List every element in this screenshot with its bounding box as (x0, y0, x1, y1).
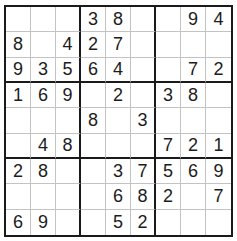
cell-r4c5-given[interactable]: 2 (106, 83, 131, 108)
cell-r8c1-empty[interactable] (6, 184, 31, 209)
cell-r3c4-given[interactable]: 6 (81, 58, 106, 83)
cell-r6c7-given[interactable]: 7 (156, 134, 181, 159)
cell-r4c6-empty[interactable] (131, 83, 156, 108)
cell-r6c8-given[interactable]: 2 (181, 134, 206, 159)
cell-r5c1-empty[interactable] (6, 108, 31, 133)
cell-r7c9-given[interactable]: 9 (206, 159, 231, 184)
cell-r1c9-given[interactable]: 4 (206, 7, 231, 32)
cell-r8c2-empty[interactable] (31, 184, 56, 209)
cell-r3c5-given[interactable]: 4 (106, 58, 131, 83)
cell-r6c3-given[interactable]: 8 (56, 134, 81, 159)
cell-r7c2-given[interactable]: 8 (31, 159, 56, 184)
cell-r8c8-empty[interactable] (181, 184, 206, 209)
cell-r2c4-given[interactable]: 2 (81, 32, 106, 57)
cell-r1c4-given[interactable]: 3 (81, 7, 106, 32)
cell-r3c9-given[interactable]: 2 (206, 58, 231, 83)
cell-r3c6-empty[interactable] (131, 58, 156, 83)
cell-r1c8-given[interactable]: 9 (181, 7, 206, 32)
cell-r3c1-given[interactable]: 9 (6, 58, 31, 83)
cell-r8c5-given[interactable]: 6 (106, 184, 131, 209)
cell-r9c4-empty[interactable] (81, 210, 106, 235)
sudoku-board: 3894842793564721692388348721283756968276… (4, 5, 233, 237)
cell-r3c7-empty[interactable] (156, 58, 181, 83)
cell-r7c1-given[interactable]: 2 (6, 159, 31, 184)
cell-r1c7-empty[interactable] (156, 7, 181, 32)
cell-r9c9-empty[interactable] (206, 210, 231, 235)
cell-r5c9-empty[interactable] (206, 108, 231, 133)
cell-r7c4-empty[interactable] (81, 159, 106, 184)
cell-r6c4-empty[interactable] (81, 134, 106, 159)
cell-r2c6-empty[interactable] (131, 32, 156, 57)
cell-r7c8-given[interactable]: 6 (181, 159, 206, 184)
cell-r2c7-empty[interactable] (156, 32, 181, 57)
cell-r2c8-empty[interactable] (181, 32, 206, 57)
cell-r9c3-empty[interactable] (56, 210, 81, 235)
cell-r1c1-empty[interactable] (6, 7, 31, 32)
cell-r2c3-given[interactable]: 4 (56, 32, 81, 57)
cell-r5c3-empty[interactable] (56, 108, 81, 133)
cell-r9c8-empty[interactable] (181, 210, 206, 235)
cell-r3c3-given[interactable]: 5 (56, 58, 81, 83)
cell-r6c1-empty[interactable] (6, 134, 31, 159)
cell-r5c7-empty[interactable] (156, 108, 181, 133)
cell-r2c5-given[interactable]: 7 (106, 32, 131, 57)
cell-r4c1-given[interactable]: 1 (6, 83, 31, 108)
cell-r2c2-empty[interactable] (31, 32, 56, 57)
cell-r5c6-given[interactable]: 3 (131, 108, 156, 133)
cell-r5c8-empty[interactable] (181, 108, 206, 133)
cell-r4c3-given[interactable]: 9 (56, 83, 81, 108)
cell-r1c2-empty[interactable] (31, 7, 56, 32)
cell-r9c6-given[interactable]: 2 (131, 210, 156, 235)
cell-r1c5-given[interactable]: 8 (106, 7, 131, 32)
cell-r4c7-given[interactable]: 3 (156, 83, 181, 108)
cell-r6c2-given[interactable]: 4 (31, 134, 56, 159)
cell-r7c6-given[interactable]: 7 (131, 159, 156, 184)
cell-r8c3-empty[interactable] (56, 184, 81, 209)
cell-r4c9-empty[interactable] (206, 83, 231, 108)
cell-r4c4-empty[interactable] (81, 83, 106, 108)
cell-r6c9-given[interactable]: 1 (206, 134, 231, 159)
cell-r7c5-given[interactable]: 3 (106, 159, 131, 184)
cell-r8c4-empty[interactable] (81, 184, 106, 209)
cell-r5c5-empty[interactable] (106, 108, 131, 133)
cell-r6c6-empty[interactable] (131, 134, 156, 159)
cell-r8c7-given[interactable]: 2 (156, 184, 181, 209)
cell-r1c6-empty[interactable] (131, 7, 156, 32)
cell-r7c3-empty[interactable] (56, 159, 81, 184)
cell-r9c5-given[interactable]: 5 (106, 210, 131, 235)
cell-r9c2-given[interactable]: 9 (31, 210, 56, 235)
cell-r4c8-given[interactable]: 8 (181, 83, 206, 108)
cell-r6c5-empty[interactable] (106, 134, 131, 159)
cell-r8c6-given[interactable]: 8 (131, 184, 156, 209)
cell-r5c2-empty[interactable] (31, 108, 56, 133)
cell-r2c1-given[interactable]: 8 (6, 32, 31, 57)
cell-r3c8-given[interactable]: 7 (181, 58, 206, 83)
cell-r9c1-given[interactable]: 6 (6, 210, 31, 235)
cell-r3c2-given[interactable]: 3 (31, 58, 56, 83)
cell-r4c2-given[interactable]: 6 (31, 83, 56, 108)
cell-r5c4-given[interactable]: 8 (81, 108, 106, 133)
cell-r8c9-given[interactable]: 7 (206, 184, 231, 209)
cell-r9c7-empty[interactable] (156, 210, 181, 235)
cell-r1c3-empty[interactable] (56, 7, 81, 32)
cell-r2c9-empty[interactable] (206, 32, 231, 57)
cell-r7c7-given[interactable]: 5 (156, 159, 181, 184)
